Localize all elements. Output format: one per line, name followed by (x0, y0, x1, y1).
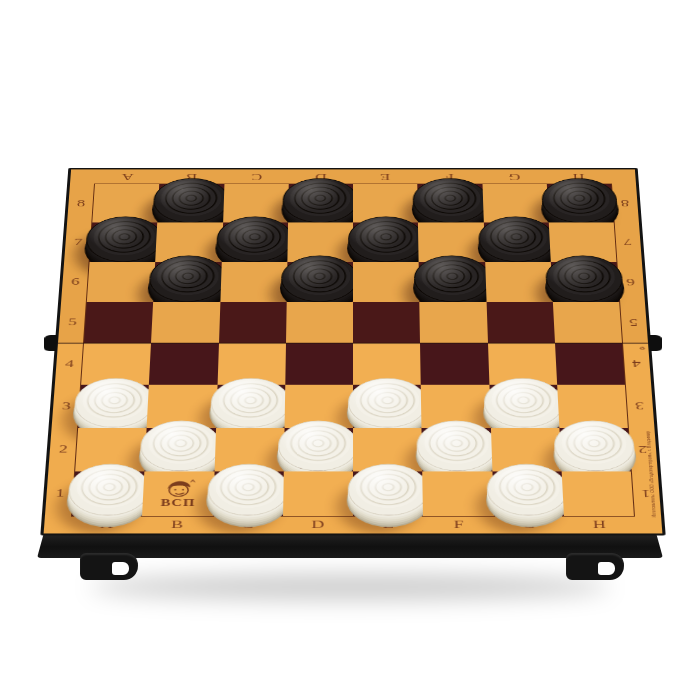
product-photo-stage: ABCDEFGH ABCDEFGH 87654321 87654321 ВСП … (0, 0, 700, 700)
square-e7[interactable] (353, 223, 419, 262)
board-grid: ВСП (72, 184, 634, 516)
square-c5[interactable] (219, 302, 287, 343)
square-f2[interactable] (422, 428, 492, 472)
rank-label-right-4: 4 (622, 343, 651, 385)
rank-label-left-8: 8 (67, 184, 95, 222)
square-c3[interactable] (216, 385, 285, 428)
white-checker-g1[interactable] (486, 464, 569, 516)
square-e1[interactable] (353, 471, 423, 516)
black-checker-h8[interactable] (541, 178, 619, 223)
file-label-top-a: A (95, 169, 160, 184)
square-f4[interactable] (420, 343, 489, 385)
black-checker-c7[interactable] (216, 216, 293, 261)
rank-label-right-7: 7 (614, 223, 642, 262)
square-g3[interactable] (489, 385, 559, 428)
file-label-bottom-e: E (353, 516, 424, 534)
square-f6[interactable] (419, 262, 486, 302)
square-e5[interactable] (353, 302, 420, 343)
white-checker-c1[interactable] (207, 464, 289, 516)
black-checker-e7[interactable] (348, 216, 424, 261)
file-labels-bottom: ABCDEFGH (71, 516, 635, 534)
white-checker-h2[interactable] (553, 421, 636, 472)
rank-label-right-3: 3 (625, 385, 655, 428)
rank-label-right-5: 5 (619, 302, 648, 343)
rank-label-left-2: 2 (48, 428, 78, 472)
vsp-logo: ВСП (147, 474, 210, 513)
square-e3[interactable] (353, 385, 422, 428)
square-f1[interactable] (422, 471, 493, 516)
white-checker-b2[interactable] (139, 421, 221, 472)
file-label-bottom-a: A (71, 516, 142, 534)
black-checker-d6[interactable] (281, 256, 358, 302)
square-c7[interactable] (221, 223, 288, 262)
square-h4[interactable] (555, 343, 625, 385)
square-d4[interactable] (285, 343, 353, 385)
white-checker-f2[interactable] (416, 421, 497, 472)
white-checker-a3[interactable] (73, 378, 155, 428)
square-b6[interactable] (153, 262, 221, 302)
square-c1[interactable] (213, 471, 284, 516)
square-f5[interactable] (420, 302, 488, 343)
cartoon-face-icon (160, 479, 196, 499)
file-label-bottom-c: C (212, 516, 283, 534)
black-checker-f8[interactable] (412, 178, 488, 223)
square-d8[interactable] (288, 184, 353, 222)
square-h2[interactable] (559, 428, 631, 472)
manufacturer-print: Изготовитель: ООО «Владспортпром», г. Вл… (638, 350, 660, 517)
file-label-bottom-d: D (282, 516, 353, 534)
logo-text: ВСП (160, 499, 195, 508)
file-label-bottom-g: G (493, 516, 564, 534)
square-b1[interactable]: ВСП (142, 471, 214, 516)
file-label-bottom-f: F (423, 516, 494, 534)
square-d1[interactable] (283, 471, 353, 516)
square-d5[interactable] (286, 302, 353, 343)
white-checker-e1[interactable] (347, 464, 428, 516)
fold-hinge-right (648, 335, 662, 351)
square-a1[interactable] (72, 471, 145, 516)
black-checker-f6[interactable] (413, 256, 491, 302)
square-b4[interactable] (149, 343, 218, 385)
file-label-top-e: E (353, 169, 418, 184)
file-label-top-c: C (224, 169, 289, 184)
black-checker-b8[interactable] (152, 178, 229, 223)
recycling-icon: ♻ (639, 346, 646, 351)
white-checker-e3[interactable] (348, 378, 428, 428)
square-a7[interactable] (90, 223, 158, 262)
black-checker-b6[interactable] (148, 256, 227, 302)
square-h8[interactable] (547, 184, 614, 222)
checkers-board: ABCDEFGH ABCDEFGH 87654321 87654321 ВСП … (40, 168, 665, 536)
square-a6[interactable] (87, 262, 156, 302)
square-h1[interactable] (561, 471, 634, 516)
square-a5[interactable] (84, 302, 153, 343)
square-d2[interactable] (284, 428, 353, 472)
rank-label-left-4: 4 (55, 343, 84, 385)
square-h6[interactable] (551, 262, 620, 302)
rank-label-left-5: 5 (58, 302, 87, 343)
rank-label-left-6: 6 (61, 262, 89, 302)
black-checker-g7[interactable] (478, 216, 556, 261)
square-f8[interactable] (418, 184, 484, 222)
file-label-bottom-h: H (564, 516, 635, 534)
rank-label-right-1: 1 (631, 471, 661, 516)
square-b5[interactable] (151, 302, 220, 343)
square-e6[interactable] (353, 262, 420, 302)
square-g5[interactable] (486, 302, 555, 343)
file-label-bottom-b: B (141, 516, 212, 534)
square-h5[interactable] (553, 302, 622, 343)
square-g1[interactable] (492, 471, 564, 516)
white-checker-g3[interactable] (483, 378, 564, 428)
fold-hinge-left (43, 335, 57, 351)
white-checker-d2[interactable] (278, 421, 359, 472)
square-b2[interactable] (145, 428, 216, 472)
board-scene: ABCDEFGH ABCDEFGH 87654321 87654321 ВСП … (55, 45, 645, 635)
black-checker-a7[interactable] (84, 216, 163, 261)
square-d6[interactable] (286, 262, 353, 302)
black-checker-d8[interactable] (283, 178, 359, 223)
white-checker-c3[interactable] (210, 378, 290, 428)
square-c6[interactable] (220, 262, 287, 302)
square-g6[interactable] (485, 262, 553, 302)
square-a3[interactable] (78, 385, 149, 428)
black-checker-h6[interactable] (545, 256, 625, 302)
white-checker-a1[interactable] (66, 464, 150, 516)
square-b8[interactable] (157, 184, 224, 222)
file-label-top-g: G (482, 169, 547, 184)
square-g7[interactable] (483, 223, 550, 262)
